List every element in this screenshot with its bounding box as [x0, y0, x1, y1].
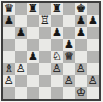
square-f8[interactable] — [63, 3, 75, 15]
square-f7[interactable] — [63, 15, 75, 27]
square-b5[interactable] — [15, 39, 27, 51]
square-c2[interactable] — [27, 75, 39, 87]
square-c3[interactable] — [27, 63, 39, 75]
square-a5[interactable] — [3, 39, 15, 51]
square-a7[interactable]: ♟ — [3, 15, 15, 27]
white-king: ♔ — [75, 87, 87, 99]
black-pawn: ♟ — [27, 51, 39, 63]
square-e3[interactable]: ♙ — [51, 63, 63, 75]
white-pawn: ♙ — [87, 75, 99, 87]
black-rook: ♜ — [27, 3, 39, 15]
square-a1[interactable] — [3, 87, 15, 99]
square-a6[interactable] — [3, 27, 15, 39]
square-d6[interactable] — [39, 27, 51, 39]
square-h6[interactable] — [87, 27, 99, 39]
white-pawn: ♙ — [3, 75, 15, 87]
square-d1[interactable] — [39, 87, 51, 99]
square-c6[interactable] — [27, 27, 39, 39]
square-f1[interactable] — [63, 87, 75, 99]
square-h2[interactable]: ♙ — [87, 75, 99, 87]
square-d5[interactable] — [39, 39, 51, 51]
white-pawn: ♙ — [63, 75, 75, 87]
square-b3[interactable]: ♙ — [15, 63, 27, 75]
square-h7[interactable]: ♟ — [87, 15, 99, 27]
square-e6[interactable]: ♟ — [51, 27, 63, 39]
white-pawn: ♙ — [51, 63, 63, 75]
square-d3[interactable] — [39, 63, 51, 75]
square-h5[interactable] — [87, 39, 99, 51]
square-b1[interactable] — [15, 87, 27, 99]
square-a2[interactable]: ♙ — [3, 75, 15, 87]
black-rook: ♜ — [51, 3, 63, 15]
black-pawn: ♟ — [87, 15, 99, 27]
square-g3[interactable]: ♙ — [75, 63, 87, 75]
square-c1[interactable] — [27, 87, 39, 99]
square-d7[interactable]: ♖ — [39, 15, 51, 27]
square-f2[interactable]: ♙ — [63, 75, 75, 87]
square-c4[interactable]: ♟ — [27, 51, 39, 63]
square-b2[interactable] — [15, 75, 27, 87]
black-pawn: ♟ — [75, 27, 87, 39]
square-h4[interactable] — [87, 51, 99, 63]
square-b6[interactable]: ♟ — [15, 27, 27, 39]
square-e2[interactable] — [51, 75, 63, 87]
square-g6[interactable]: ♟ — [75, 27, 87, 39]
white-rook: ♖ — [39, 15, 51, 27]
square-e1[interactable] — [51, 87, 63, 99]
white-queen: ♕ — [63, 51, 75, 63]
black-pawn: ♟ — [15, 27, 27, 39]
square-h1[interactable] — [87, 87, 99, 99]
white-pawn: ♙ — [75, 63, 87, 75]
square-d2[interactable] — [39, 75, 51, 87]
black-pawn: ♟ — [3, 15, 15, 27]
chess-board: ♛♜♜♚♟♖♟♟♟♟♟♟♟♘♕♗♙♙♙♙♙♙♔ — [3, 3, 99, 99]
chess-diagram: ♛♜♜♚♟♖♟♟♟♟♟♟♟♘♕♗♙♙♙♙♙♙♔ — [0, 0, 103, 102]
board-border: ♛♜♜♚♟♖♟♟♟♟♟♟♟♘♕♗♙♙♙♙♙♙♔ — [1, 1, 101, 101]
square-c7[interactable] — [27, 15, 39, 27]
white-pawn: ♙ — [15, 63, 27, 75]
square-d4[interactable] — [39, 51, 51, 63]
square-e8[interactable]: ♜ — [51, 3, 63, 15]
square-g5[interactable] — [75, 39, 87, 51]
black-pawn: ♟ — [51, 27, 63, 39]
square-g1[interactable]: ♔ — [75, 87, 87, 99]
square-f4[interactable]: ♕ — [63, 51, 75, 63]
square-b8[interactable] — [15, 3, 27, 15]
square-c8[interactable]: ♜ — [27, 3, 39, 15]
